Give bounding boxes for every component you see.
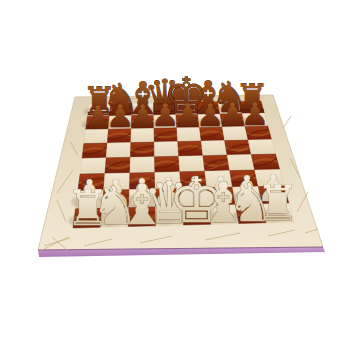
chess-set-photo: ♜♞♝♛♚♝♞♜♟♟♟♟♟♟♟♟♟♟♟♟♟♟♟♟♜♞♝♛♚♝♞♜ — [0, 0, 350, 350]
marble-vein — [283, 116, 291, 128]
square-d5 — [154, 142, 178, 157]
chessboard: ♜♞♝♛♚♝♞♜♟♟♟♟♟♟♟♟♟♟♟♟♟♟♟♟♜♞♝♛♚♝♞♜ — [0, 0, 350, 350]
square-f5 — [201, 141, 227, 156]
piece-brown-pawn-h7: ♟ — [241, 96, 269, 132]
square-b5 — [106, 143, 131, 158]
piece-white-rook-h1: ♜ — [256, 175, 300, 232]
square-h5 — [248, 140, 275, 155]
